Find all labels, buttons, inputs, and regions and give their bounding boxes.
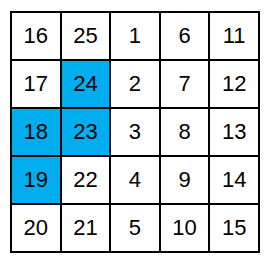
grid-cell-r3c3[interactable]: 3 — [111, 109, 159, 155]
grid-cell-r4c3[interactable]: 4 — [111, 157, 159, 203]
grid-cell-r4c4[interactable]: 9 — [161, 157, 209, 203]
grid-cell-r2c2[interactable]: 24 — [62, 61, 110, 107]
page: 1625161117242712182338131922491420215101… — [0, 0, 274, 269]
grid-cell-r1c5[interactable]: 11 — [210, 13, 258, 59]
grid-cell-r1c1[interactable]: 16 — [12, 13, 60, 59]
grid-cell-r5c5[interactable]: 15 — [210, 205, 258, 251]
grid-cell-r5c4[interactable]: 10 — [161, 205, 209, 251]
grid-cell-r3c5[interactable]: 13 — [210, 109, 258, 155]
grid-cell-r1c2[interactable]: 25 — [62, 13, 110, 59]
grid-cell-r5c1[interactable]: 20 — [12, 205, 60, 251]
grid-cell-r2c4[interactable]: 7 — [161, 61, 209, 107]
grid-cell-r5c2[interactable]: 21 — [62, 205, 110, 251]
grid-cell-r3c2[interactable]: 23 — [62, 109, 110, 155]
grid-cell-r1c3[interactable]: 1 — [111, 13, 159, 59]
grid-cell-r3c1[interactable]: 18 — [12, 109, 60, 155]
grid-cell-r1c4[interactable]: 6 — [161, 13, 209, 59]
grid-cell-r4c2[interactable]: 22 — [62, 157, 110, 203]
grid-cell-r4c1[interactable]: 19 — [12, 157, 60, 203]
grid-cell-r3c4[interactable]: 8 — [161, 109, 209, 155]
grid-cell-r4c5[interactable]: 14 — [210, 157, 258, 203]
grid-cell-r2c5[interactable]: 12 — [210, 61, 258, 107]
number-grid-board: 1625161117242712182338131922491420215101… — [10, 11, 260, 253]
grid-cell-r2c1[interactable]: 17 — [12, 61, 60, 107]
grid-cell-r2c3[interactable]: 2 — [111, 61, 159, 107]
grid-cell-r5c3[interactable]: 5 — [111, 205, 159, 251]
